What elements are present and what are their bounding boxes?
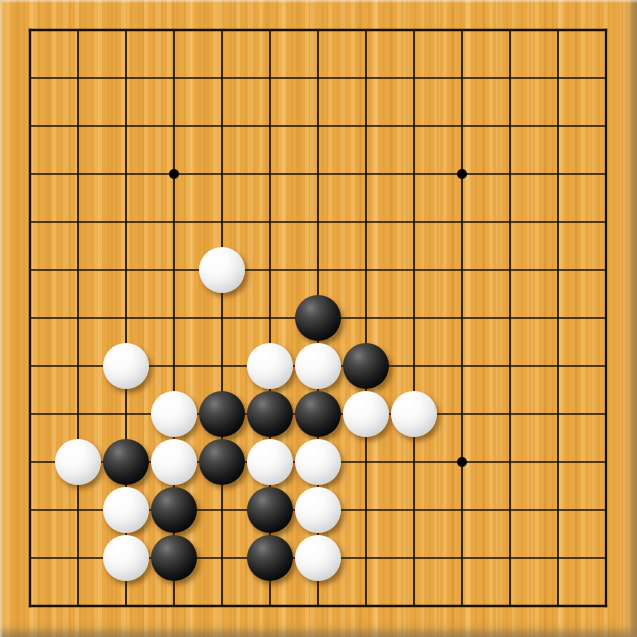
stones-layer <box>6 6 630 630</box>
white-stone <box>103 487 149 533</box>
black-stone <box>151 535 197 581</box>
black-stone <box>295 295 341 341</box>
black-stone <box>247 487 293 533</box>
white-stone <box>295 487 341 533</box>
black-stone <box>199 391 245 437</box>
white-stone <box>199 247 245 293</box>
white-stone <box>55 439 101 485</box>
white-stone <box>247 439 293 485</box>
go-board[interactable] <box>0 0 637 637</box>
black-stone <box>199 439 245 485</box>
white-stone <box>247 343 293 389</box>
black-stone <box>103 439 149 485</box>
white-stone <box>295 343 341 389</box>
black-stone <box>151 487 197 533</box>
white-stone <box>343 391 389 437</box>
white-stone <box>151 391 197 437</box>
black-stone <box>295 391 341 437</box>
black-stone <box>343 343 389 389</box>
white-stone <box>295 439 341 485</box>
black-stone <box>247 391 293 437</box>
white-stone <box>391 391 437 437</box>
black-stone <box>247 535 293 581</box>
white-stone <box>103 535 149 581</box>
white-stone <box>295 535 341 581</box>
white-stone <box>151 439 197 485</box>
white-stone <box>103 343 149 389</box>
